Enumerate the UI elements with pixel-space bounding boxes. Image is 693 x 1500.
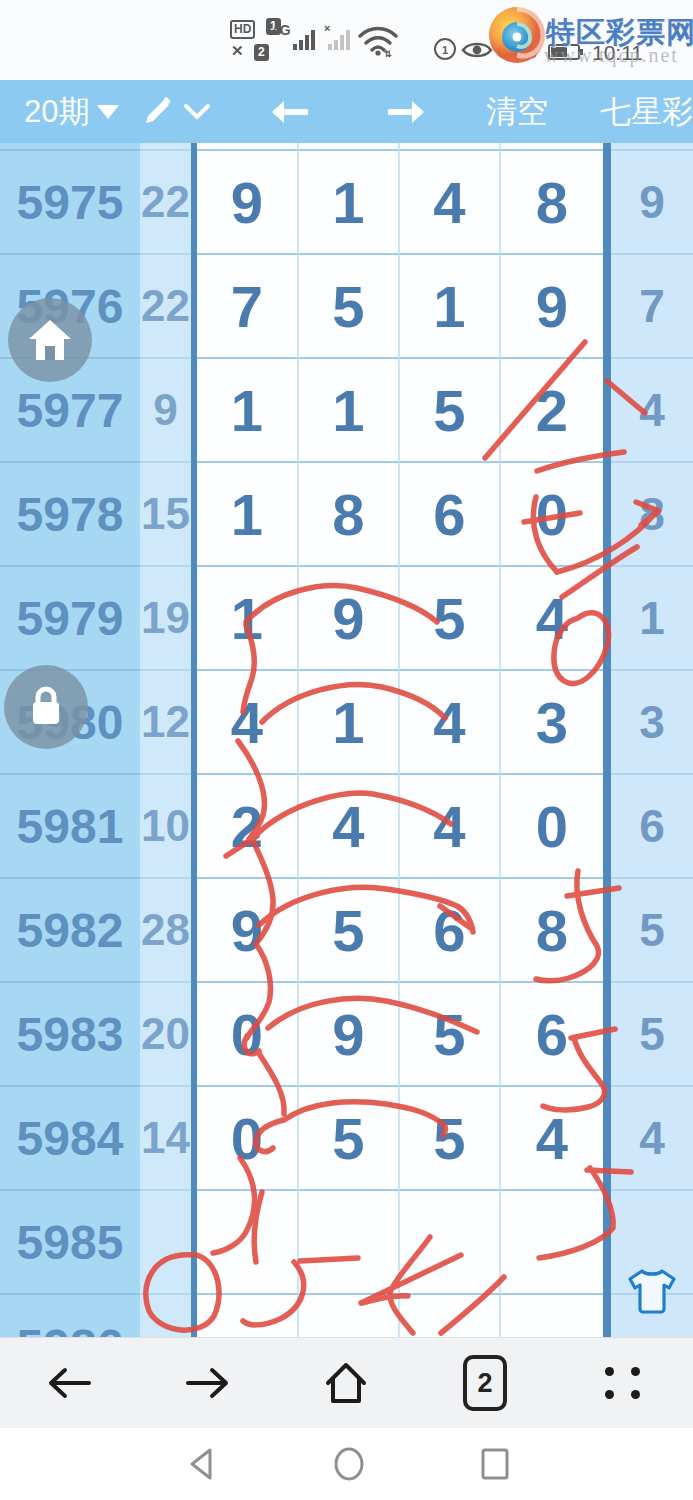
signal-bars-icon <box>293 26 321 52</box>
sum-cell: 10 <box>140 775 191 879</box>
last-digit-cell: 6 <box>611 775 693 879</box>
digit-cell <box>501 1191 603 1295</box>
android-home-button[interactable] <box>331 1446 367 1482</box>
draw-tool-button[interactable] <box>140 80 210 143</box>
divider-bar <box>603 983 611 1087</box>
digit-cell: 7 <box>197 255 299 359</box>
digit-cell: 2 <box>501 359 603 463</box>
tab-count-badge: 2 <box>463 1355 507 1411</box>
table-row: 5985 <box>0 1191 693 1295</box>
table-row: 5980 12 4 1 4 3 3 <box>0 671 693 775</box>
table-row: 5975 22 9 1 4 8 9 <box>0 151 693 255</box>
divider-bar <box>603 775 611 879</box>
period-cell: 5984 <box>0 1087 140 1191</box>
digit-cell: 4 <box>400 151 501 255</box>
step-forward-button[interactable] <box>388 80 428 143</box>
browser-back-button[interactable] <box>34 1348 104 1418</box>
battery-icon <box>548 44 580 60</box>
digit-cell: 5 <box>400 983 501 1087</box>
sum-cell: 22 <box>140 255 191 359</box>
last-digit-cell: 4 <box>611 359 693 463</box>
browser-menu-button[interactable] <box>589 1348 659 1418</box>
arrow-left-icon <box>268 99 308 125</box>
browser-nav-bar: 2 <box>0 1337 693 1428</box>
android-recents-button[interactable] <box>479 1446 511 1482</box>
last-digit-cell: 4 <box>611 1087 693 1191</box>
digit-cell: 1 <box>299 151 400 255</box>
sum-cell <box>140 1191 191 1295</box>
wifi-icon: ⇅ <box>358 24 398 58</box>
digit-cell <box>501 1295 603 1337</box>
last-digit-cell: 5 <box>611 983 693 1087</box>
digit-cell: 8 <box>501 879 603 983</box>
divider-bar <box>603 359 611 463</box>
digit-cell: 9 <box>197 879 299 983</box>
digit-cell: 6 <box>501 983 603 1087</box>
digit-cell: 9 <box>501 255 603 359</box>
digit-cell: 5 <box>400 1087 501 1191</box>
forward-arrow-icon <box>184 1366 232 1400</box>
digit-cell: 1 <box>299 359 400 463</box>
clear-button[interactable]: 清空 <box>486 80 548 143</box>
period-cell: 5981 <box>0 775 140 879</box>
signal2-no-service-icon: × <box>324 22 354 52</box>
table-row: 5979 19 1 9 5 4 1 <box>0 567 693 671</box>
divider-bar <box>603 1087 611 1191</box>
digit-cell: 0 <box>501 775 603 879</box>
digit-cell: 5 <box>299 255 400 359</box>
data-saver-icon: 1 <box>434 38 456 60</box>
digit-cell: 8 <box>299 463 400 567</box>
divider-bar <box>603 255 611 359</box>
divider-bar <box>603 671 611 775</box>
table-row: 5986 <box>0 1295 693 1337</box>
last-digit-cell: 3 <box>611 671 693 775</box>
digit-cell: 0 <box>197 1087 299 1191</box>
eye-protection-icon <box>461 40 493 60</box>
divider-bar <box>603 567 611 671</box>
digit-cell <box>400 1295 501 1337</box>
tshirt-skin-button[interactable] <box>626 1265 678 1319</box>
step-back-button[interactable] <box>268 80 308 143</box>
lock-icon <box>26 685 66 729</box>
period-cell: 5978 <box>0 463 140 567</box>
lock-fab-button[interactable] <box>4 665 88 749</box>
digit-cell <box>197 1191 299 1295</box>
digit-cell: 6 <box>400 463 501 567</box>
android-back-button[interactable] <box>186 1446 216 1482</box>
home-fab-button[interactable] <box>8 298 92 382</box>
chart-toolbar: 20期 清空 七星彩 <box>0 80 693 143</box>
clear-label: 清空 <box>486 91 548 133</box>
periods-label: 20期 <box>24 91 89 133</box>
last-digit-cell: 1 <box>611 567 693 671</box>
browser-forward-button[interactable] <box>173 1348 243 1418</box>
sum-cell: 19 <box>140 567 191 671</box>
digit-cell: 1 <box>400 255 501 359</box>
digit-cell: 1 <box>197 359 299 463</box>
table-row: 5977 9 1 1 5 2 4 <box>0 359 693 463</box>
digit-cell: 4 <box>299 775 400 879</box>
game-title-button[interactable]: 七星彩 <box>600 80 693 143</box>
digit-cell: 5 <box>299 879 400 983</box>
last-digit-cell: 5 <box>611 879 693 983</box>
sum-cell: 15 <box>140 463 191 567</box>
svg-text:×: × <box>324 22 330 34</box>
last-digit-cell: 9 <box>611 151 693 255</box>
home-icon <box>26 318 74 362</box>
network-type-label: 4G <box>272 22 291 38</box>
table-row: 5981 10 2 4 4 0 6 <box>0 775 693 879</box>
browser-home-button[interactable] <box>311 1348 381 1418</box>
table-row: 5982 28 9 5 6 8 5 <box>0 879 693 983</box>
sum-cell: 9 <box>140 359 191 463</box>
sim2-disabled-icon: ✕ <box>231 42 244 60</box>
back-arrow-icon <box>45 1366 93 1400</box>
digit-cell: 3 <box>501 671 603 775</box>
trend-chart-table: 5975 22 9 1 4 8 9 5976 22 7 5 1 9 7 5977… <box>0 143 693 1337</box>
clock-label: 10:11 <box>592 41 643 65</box>
digit-cell <box>197 1295 299 1337</box>
periods-selector[interactable]: 20期 <box>24 80 119 143</box>
sum-cell: 22 <box>140 151 191 255</box>
sim2-icon: 2 <box>254 44 269 61</box>
divider-bar <box>603 463 611 567</box>
digit-cell: 4 <box>400 671 501 775</box>
phone-screen: HD 1 ✕ 2 4G × ⇅ 1 64% 10:11 <box>0 0 693 1500</box>
digit-cell: 5 <box>299 1087 400 1191</box>
digit-cell: 9 <box>299 567 400 671</box>
status-bar: HD 1 ✕ 2 4G × ⇅ 1 64% 10:11 <box>0 0 693 80</box>
digit-cell: 6 <box>400 879 501 983</box>
sum-cell <box>140 1295 191 1337</box>
period-cell: 5979 <box>0 567 140 671</box>
browser-home-icon <box>324 1361 368 1405</box>
divider-bar <box>603 1191 611 1295</box>
divider-bar <box>603 1295 611 1337</box>
digit-cell: 9 <box>299 983 400 1087</box>
clipped-row <box>0 143 693 151</box>
table-row: 5978 15 1 8 6 0 8 <box>0 463 693 567</box>
divider-bar <box>603 879 611 983</box>
divider-bar <box>603 151 611 255</box>
digit-cell: 4 <box>400 775 501 879</box>
digit-cell: 0 <box>501 463 603 567</box>
android-nav-bar <box>0 1428 693 1500</box>
chevron-down-icon <box>184 103 210 121</box>
digit-cell: 4 <box>197 671 299 775</box>
digit-cell: 1 <box>197 463 299 567</box>
period-cell: 5982 <box>0 879 140 983</box>
digit-cell: 1 <box>197 567 299 671</box>
svg-text:⇅: ⇅ <box>384 49 392 58</box>
digit-cell <box>400 1191 501 1295</box>
sum-cell: 14 <box>140 1087 191 1191</box>
table-row: 5976 22 7 5 1 9 7 <box>0 255 693 359</box>
digit-cell <box>299 1295 400 1337</box>
period-cell: 5985 <box>0 1191 140 1295</box>
browser-tabs-button[interactable]: 2 <box>450 1348 520 1418</box>
digit-cell: 8 <box>501 151 603 255</box>
period-cell: 5986 <box>0 1295 140 1337</box>
digit-cell <box>299 1191 400 1295</box>
dropdown-triangle-icon <box>97 105 119 119</box>
sum-cell: 20 <box>140 983 191 1087</box>
period-cell: 5975 <box>0 151 140 255</box>
digit-cell: 4 <box>501 1087 603 1191</box>
digit-cell: 0 <box>197 983 299 1087</box>
game-title-label: 七星彩 <box>600 91 693 133</box>
period-cell: 5983 <box>0 983 140 1087</box>
digit-cell: 4 <box>501 567 603 671</box>
pencil-icon <box>140 95 174 129</box>
digit-cell: 1 <box>299 671 400 775</box>
digit-cell: 5 <box>400 567 501 671</box>
menu-dots-icon <box>605 1367 643 1399</box>
digit-cell: 5 <box>400 359 501 463</box>
digit-cell: 2 <box>197 775 299 879</box>
sum-cell: 28 <box>140 879 191 983</box>
last-digit-cell: 7 <box>611 255 693 359</box>
table-row: 5984 14 0 5 5 4 4 <box>0 1087 693 1191</box>
last-digit-cell: 8 <box>611 463 693 567</box>
digit-cell: 9 <box>197 151 299 255</box>
table-row: 5983 20 0 9 5 6 5 <box>0 983 693 1087</box>
sum-cell: 12 <box>140 671 191 775</box>
hd-icon: HD <box>230 20 255 39</box>
table-rows: 5975 22 9 1 4 8 9 5976 22 7 5 1 9 7 5977… <box>0 151 693 1337</box>
arrow-right-icon <box>388 99 428 125</box>
battery-percent-label: 64% <box>497 40 537 63</box>
